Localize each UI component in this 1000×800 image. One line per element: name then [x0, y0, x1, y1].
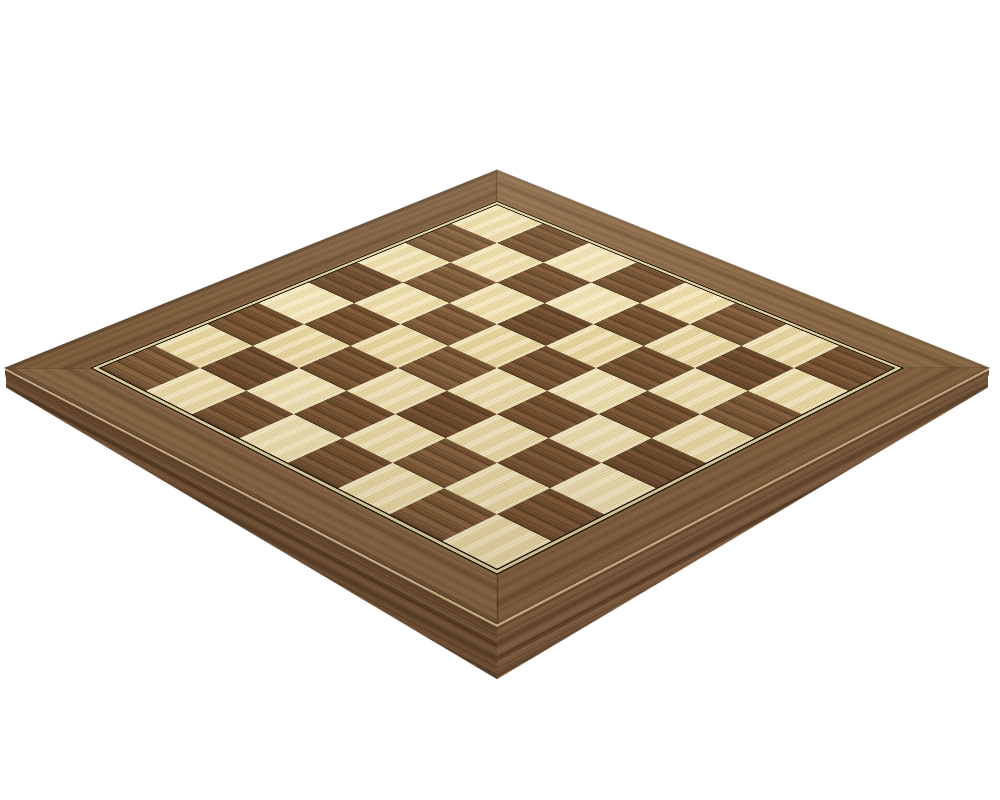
square-g5 [599, 391, 701, 438]
square-g6 [647, 368, 747, 414]
frame-near-bar [5, 346, 552, 624]
square-e2 [342, 414, 445, 463]
square-h2 [497, 488, 604, 541]
square-e1 [288, 438, 392, 488]
product-photo [0, 0, 1000, 800]
board-top-face [5, 170, 989, 624]
square-c1 [192, 391, 294, 438]
square-g3 [497, 438, 601, 488]
square-h1 [443, 514, 552, 568]
square-c2 [246, 368, 346, 414]
square-h4 [601, 438, 705, 488]
square-h3 [550, 463, 656, 514]
square-f4 [497, 391, 599, 438]
square-d3 [347, 368, 447, 414]
chessboard [5, 170, 989, 624]
frame-right-bar [443, 346, 990, 624]
square-f5 [547, 368, 647, 414]
square-d2 [294, 391, 396, 438]
square-h6 [700, 391, 802, 438]
square-f2 [393, 438, 497, 488]
mitre-seam-bottom-right [497, 568, 498, 624]
square-e4 [447, 368, 547, 414]
mitre-seam-top-left [496, 170, 497, 205]
square-f1 [338, 463, 444, 514]
square-h7 [748, 368, 848, 414]
square-g4 [549, 414, 652, 463]
square-b1 [146, 368, 246, 414]
square-h5 [652, 414, 755, 463]
square-g2 [444, 463, 550, 514]
square-d1 [239, 414, 342, 463]
square-e3 [395, 391, 497, 438]
square-g1 [390, 488, 497, 541]
square-f3 [445, 414, 548, 463]
